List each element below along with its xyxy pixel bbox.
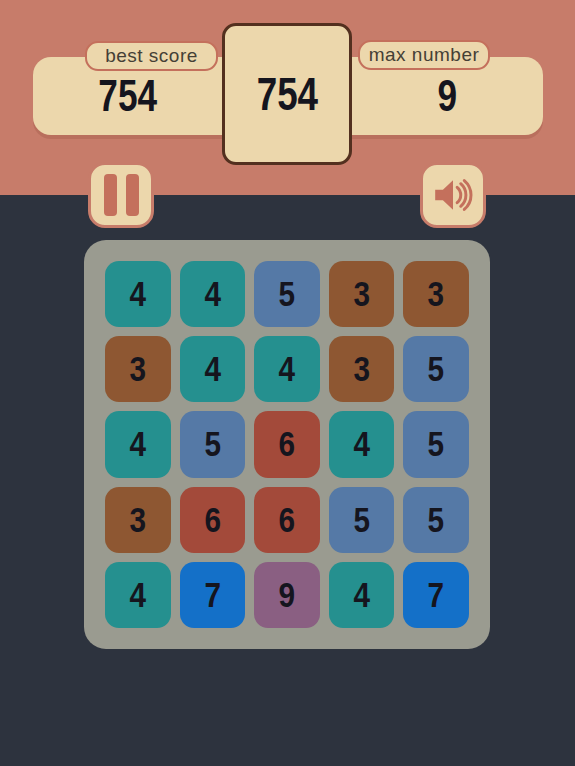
tile-number: 4 [130,575,147,615]
tile-r3c4[interactable]: 4 [329,411,395,477]
tile-number: 3 [130,349,147,389]
speaker-icon [432,176,474,214]
tile-r5c1[interactable]: 4 [105,562,171,628]
tile-r2c4[interactable]: 3 [329,336,395,402]
tile-number: 3 [353,274,370,314]
tile-r2c2[interactable]: 4 [180,336,246,402]
pause-button[interactable] [88,162,154,228]
best-score-label: best score [105,45,198,67]
current-score-panel: 754 [222,23,352,165]
tile-r4c4[interactable]: 5 [329,487,395,553]
tile-r5c4[interactable]: 4 [329,562,395,628]
tile-r4c2[interactable]: 6 [180,487,246,553]
pause-icon [126,174,139,216]
tile-number: 5 [279,274,296,314]
tile-r1c4[interactable]: 3 [329,261,395,327]
tile-number: 5 [428,349,445,389]
tile-number: 3 [428,274,445,314]
tile-number: 5 [204,424,221,464]
tile-r1c5[interactable]: 3 [403,261,469,327]
tile-r3c2[interactable]: 5 [180,411,246,477]
tile-number: 6 [204,500,221,540]
tile-r1c2[interactable]: 4 [180,261,246,327]
tile-r3c3[interactable]: 6 [254,411,320,477]
tile-r2c3[interactable]: 4 [254,336,320,402]
tile-r5c3[interactable]: 9 [254,562,320,628]
tile-number: 9 [279,575,296,615]
tile-number: 5 [353,500,370,540]
tile-number: 3 [353,349,370,389]
tile-r4c3[interactable]: 6 [254,487,320,553]
tile-r2c5[interactable]: 5 [403,336,469,402]
tile-number: 6 [279,500,296,540]
tile-number: 7 [428,575,445,615]
tile-number: 3 [130,500,147,540]
best-score-tab: best score [85,41,218,71]
tile-number: 7 [204,575,221,615]
current-score-value: 754 [256,67,317,121]
tile-number: 4 [204,274,221,314]
tile-number: 6 [279,424,296,464]
tile-r1c1[interactable]: 4 [105,261,171,327]
tile-r5c5[interactable]: 7 [403,562,469,628]
tile-r4c5[interactable]: 5 [403,487,469,553]
max-number-label: max number [369,44,480,66]
tile-number: 4 [353,575,370,615]
tile-r4c1[interactable]: 3 [105,487,171,553]
tile-number: 4 [279,349,296,389]
tile-r3c1[interactable]: 4 [105,411,171,477]
tile-number: 5 [428,424,445,464]
board: 4453334435456453665547947 [84,240,490,649]
tile-number: 4 [130,424,147,464]
tile-r1c3[interactable]: 5 [254,261,320,327]
game-screen: best score max number 754 9 754 44533344… [0,0,575,766]
tile-number: 4 [130,274,147,314]
tile-number: 5 [428,500,445,540]
max-number-tab: max number [358,40,490,70]
tile-r5c2[interactable]: 7 [180,562,246,628]
pause-icon [104,174,117,216]
sound-button[interactable] [420,162,486,228]
tile-number: 4 [204,349,221,389]
tile-number: 4 [353,424,370,464]
tile-r3c5[interactable]: 5 [403,411,469,477]
tile-r2c1[interactable]: 3 [105,336,171,402]
